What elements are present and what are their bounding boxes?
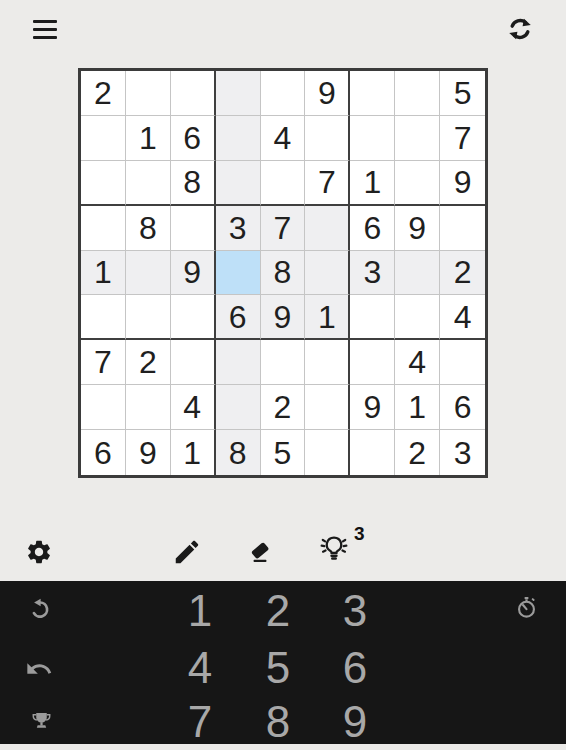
new-game-refresh-icon[interactable]: [506, 15, 534, 43]
numpad-3[interactable]: 3: [343, 589, 367, 633]
cell-r8c9[interactable]: 6: [440, 385, 485, 430]
menu-icon[interactable]: [33, 20, 57, 39]
undo-icon[interactable]: [25, 655, 53, 683]
numpad-8[interactable]: 8: [266, 700, 290, 744]
cell-r7c7[interactable]: [350, 340, 395, 385]
cell-r3c3[interactable]: 8: [171, 161, 216, 206]
menu-bar: [33, 20, 57, 23]
numpad-4[interactable]: 4: [188, 646, 212, 690]
cell-r1c7[interactable]: [350, 71, 395, 116]
cell-r6c6[interactable]: 1: [305, 295, 350, 340]
cell-r2c6[interactable]: [305, 116, 350, 161]
cell-r9c3[interactable]: 1: [171, 430, 216, 475]
cell-r7c9[interactable]: [440, 340, 485, 385]
cell-r1c8[interactable]: [395, 71, 440, 116]
cell-r5c5[interactable]: 8: [261, 251, 306, 296]
cell-r7c8[interactable]: 4: [395, 340, 440, 385]
cell-r3c4[interactable]: [216, 161, 261, 206]
cell-r1c2[interactable]: [126, 71, 171, 116]
cell-r6c5[interactable]: 9: [261, 295, 306, 340]
cell-r5c6[interactable]: [305, 251, 350, 296]
cell-r3c1[interactable]: [81, 161, 126, 206]
cell-r6c2[interactable]: [126, 295, 171, 340]
hint-lightbulb-icon[interactable]: [317, 531, 351, 565]
cell-r5c4[interactable]: [216, 251, 261, 296]
cell-r4c3[interactable]: [171, 206, 216, 251]
cell-r3c6[interactable]: 7: [305, 161, 350, 206]
cell-r9c1[interactable]: 6: [81, 430, 126, 475]
cell-r1c6[interactable]: 9: [305, 71, 350, 116]
cell-r5c2[interactable]: [126, 251, 171, 296]
cell-r9c7[interactable]: [350, 430, 395, 475]
timer-stopwatch-icon[interactable]: [513, 594, 540, 621]
cell-r8c2[interactable]: [126, 385, 171, 430]
number-panel: 123456789: [0, 581, 566, 744]
cell-r6c1[interactable]: [81, 295, 126, 340]
cell-r5c9[interactable]: 2: [440, 251, 485, 296]
menu-bar: [33, 36, 57, 39]
numpad-1[interactable]: 1: [188, 589, 212, 633]
trophy-icon[interactable]: [30, 710, 53, 733]
cell-r3c2[interactable]: [126, 161, 171, 206]
cell-r8c1[interactable]: [81, 385, 126, 430]
cell-r5c3[interactable]: 9: [171, 251, 216, 296]
menu-bar: [33, 28, 57, 31]
cell-r5c7[interactable]: 3: [350, 251, 395, 296]
numpad-6[interactable]: 6: [343, 646, 367, 690]
cell-r7c3[interactable]: [171, 340, 216, 385]
cell-r9c5[interactable]: 5: [261, 430, 306, 475]
cell-r4c5[interactable]: 7: [261, 206, 306, 251]
sudoku-board: 2951647871983769198326914724429166918523: [78, 68, 488, 478]
cell-r6c8[interactable]: [395, 295, 440, 340]
cell-r5c1[interactable]: 1: [81, 251, 126, 296]
numpad-5[interactable]: 5: [266, 646, 290, 690]
cell-r8c3[interactable]: 4: [171, 385, 216, 430]
cell-r8c8[interactable]: 1: [395, 385, 440, 430]
cell-r3c7[interactable]: 1: [350, 161, 395, 206]
cell-r2c7[interactable]: [350, 116, 395, 161]
cell-r2c1[interactable]: [81, 116, 126, 161]
cell-r6c7[interactable]: [350, 295, 395, 340]
cell-r2c3[interactable]: 6: [171, 116, 216, 161]
cell-r2c5[interactable]: 4: [261, 116, 306, 161]
settings-gear-icon[interactable]: [25, 538, 53, 566]
cell-r1c9[interactable]: 5: [440, 71, 485, 116]
cell-r1c4[interactable]: [216, 71, 261, 116]
numpad-9[interactable]: 9: [343, 700, 367, 744]
cell-r7c5[interactable]: [261, 340, 306, 385]
cell-r7c1[interactable]: 7: [81, 340, 126, 385]
hints-remaining-badge: 3: [354, 523, 365, 545]
cell-r8c5[interactable]: 2: [261, 385, 306, 430]
cell-r4c7[interactable]: 6: [350, 206, 395, 251]
restart-icon[interactable]: [27, 596, 53, 622]
cell-r9c6[interactable]: [305, 430, 350, 475]
cell-r7c6[interactable]: [305, 340, 350, 385]
cell-r2c2[interactable]: 1: [126, 116, 171, 161]
cell-r2c4[interactable]: [216, 116, 261, 161]
cell-r6c3[interactable]: [171, 295, 216, 340]
cell-r1c5[interactable]: [261, 71, 306, 116]
cell-r1c1[interactable]: 2: [81, 71, 126, 116]
cell-r6c4[interactable]: 6: [216, 295, 261, 340]
cell-r5c8[interactable]: [395, 251, 440, 296]
cell-r9c8[interactable]: 2: [395, 430, 440, 475]
cell-r7c4[interactable]: [216, 340, 261, 385]
cell-r2c8[interactable]: [395, 116, 440, 161]
cell-r4c2[interactable]: 8: [126, 206, 171, 251]
numpad-2[interactable]: 2: [266, 589, 290, 633]
cell-r4c8[interactable]: 9: [395, 206, 440, 251]
cell-r3c9[interactable]: 9: [440, 161, 485, 206]
cell-r8c4[interactable]: [216, 385, 261, 430]
cell-r4c9[interactable]: [440, 206, 485, 251]
cell-r4c4[interactable]: 3: [216, 206, 261, 251]
cell-r9c2[interactable]: 9: [126, 430, 171, 475]
cell-r3c5[interactable]: [261, 161, 306, 206]
cell-r7c2[interactable]: 2: [126, 340, 171, 385]
cell-r6c9[interactable]: 4: [440, 295, 485, 340]
cell-r8c7[interactable]: 9: [350, 385, 395, 430]
cell-r1c3[interactable]: [171, 71, 216, 116]
eraser-icon[interactable]: [246, 538, 274, 566]
cell-r9c9[interactable]: 3: [440, 430, 485, 475]
cell-r4c1[interactable]: [81, 206, 126, 251]
notes-pencil-icon[interactable]: [172, 537, 202, 567]
cell-r9c4[interactable]: 8: [216, 430, 261, 475]
numpad-7[interactable]: 7: [188, 700, 212, 744]
cell-r8c6[interactable]: [305, 385, 350, 430]
cell-r3c8[interactable]: [395, 161, 440, 206]
cell-r4c6[interactable]: [305, 206, 350, 251]
cell-r2c9[interactable]: 7: [440, 116, 485, 161]
